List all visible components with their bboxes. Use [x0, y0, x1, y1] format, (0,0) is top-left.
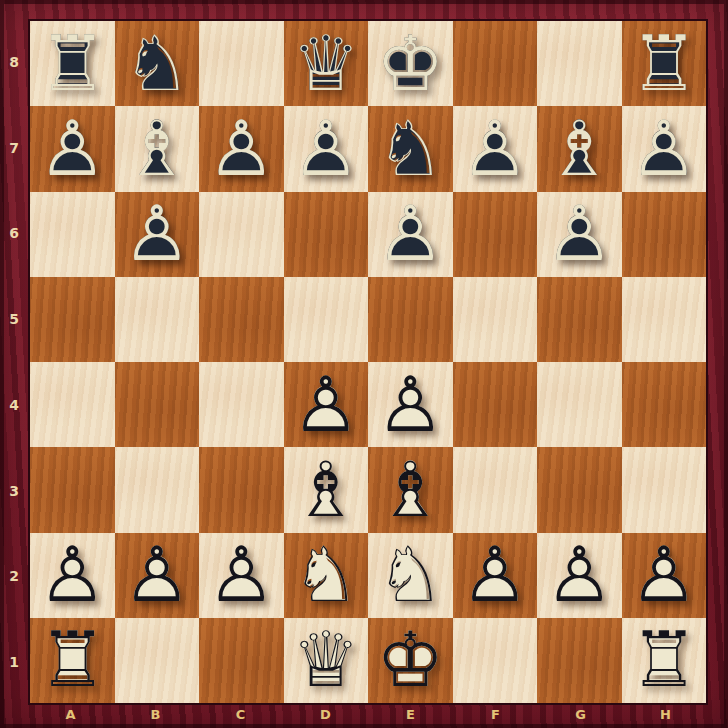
white-knight-detail-lines: ♘ [284, 533, 369, 618]
black-pawn-detail-lines: ♙ [284, 106, 369, 191]
square-a7[interactable]: ♟♙ [30, 106, 115, 191]
square-c5[interactable] [199, 277, 284, 362]
piece-black-bishop[interactable]: ♝♗ [115, 106, 200, 191]
file-label-f: F [453, 705, 538, 724]
white-pawn-detail-lines: ♙ [199, 533, 284, 618]
black-pawn-detail-lines: ♙ [115, 192, 200, 277]
square-h4[interactable] [622, 362, 707, 447]
piece-white-pawn[interactable]: ♟♙ [30, 533, 115, 618]
square-d3[interactable]: ♝♗ [284, 447, 369, 532]
chess-board-frame: 87654321 ♜♖♞♘♛♕♚♔♜♖♟♙♝♗♟♙♟♙♞♘♟♙♝♗♟♙♟♙♟♙♟… [0, 0, 728, 728]
piece-white-pawn[interactable]: ♟♙ [453, 533, 538, 618]
square-e4[interactable]: ♟♙ [368, 362, 453, 447]
piece-black-king[interactable]: ♚♔ [368, 21, 453, 106]
square-g6[interactable]: ♟♙ [537, 192, 622, 277]
square-a6[interactable] [30, 192, 115, 277]
black-queen-detail-lines: ♕ [284, 21, 369, 106]
white-knight-detail-lines: ♘ [368, 533, 453, 618]
square-e3[interactable]: ♝♗ [368, 447, 453, 532]
square-b4[interactable] [115, 362, 200, 447]
square-d5[interactable] [284, 277, 369, 362]
black-king-detail-lines: ♔ [368, 21, 453, 106]
square-f1[interactable] [453, 618, 538, 703]
rank-label-6: 6 [0, 191, 28, 277]
square-a3[interactable] [30, 447, 115, 532]
square-b8[interactable]: ♞♘ [115, 21, 200, 106]
piece-black-pawn[interactable]: ♟♙ [622, 106, 707, 191]
square-f7[interactable]: ♟♙ [453, 106, 538, 191]
piece-black-pawn[interactable]: ♟♙ [115, 192, 200, 277]
square-f4[interactable] [453, 362, 538, 447]
file-label-c: C [198, 705, 283, 724]
black-pawn-detail-lines: ♙ [453, 106, 538, 191]
white-pawn-detail-lines: ♙ [115, 533, 200, 618]
black-knight-detail-lines: ♘ [115, 21, 200, 106]
rank-labels: 87654321 [0, 19, 28, 705]
square-f2[interactable]: ♟♙ [453, 533, 538, 618]
piece-white-king[interactable]: ♚♔ [368, 618, 453, 703]
square-h6[interactable] [622, 192, 707, 277]
piece-white-bishop[interactable]: ♝♗ [368, 447, 453, 532]
square-f8[interactable] [453, 21, 538, 106]
square-d2[interactable]: ♞♘ [284, 533, 369, 618]
file-label-a: A [28, 705, 113, 724]
square-f5[interactable] [453, 277, 538, 362]
piece-black-knight[interactable]: ♞♘ [115, 21, 200, 106]
file-labels: ABCDEFGH [28, 705, 708, 724]
white-rook-detail-lines: ♖ [622, 618, 707, 703]
square-a8[interactable]: ♜♖ [30, 21, 115, 106]
piece-black-queen[interactable]: ♛♕ [284, 21, 369, 106]
rank-label-3: 3 [0, 448, 28, 534]
square-h7[interactable]: ♟♙ [622, 106, 707, 191]
piece-black-pawn[interactable]: ♟♙ [368, 192, 453, 277]
black-pawn-detail-lines: ♙ [622, 106, 707, 191]
square-d4[interactable]: ♟♙ [284, 362, 369, 447]
square-c3[interactable] [199, 447, 284, 532]
piece-white-rook[interactable]: ♜♖ [622, 618, 707, 703]
white-pawn-detail-lines: ♙ [368, 362, 453, 447]
piece-black-knight[interactable]: ♞♘ [368, 106, 453, 191]
square-d6[interactable] [284, 192, 369, 277]
piece-white-bishop[interactable]: ♝♗ [284, 447, 369, 532]
square-d8[interactable]: ♛♕ [284, 21, 369, 106]
chess-board: ♜♖♞♘♛♕♚♔♜♖♟♙♝♗♟♙♟♙♞♘♟♙♝♗♟♙♟♙♟♙♟♙♟♙♟♙♝♗♝♗… [28, 19, 708, 705]
square-h1[interactable]: ♜♖ [622, 618, 707, 703]
square-c8[interactable] [199, 21, 284, 106]
square-b3[interactable] [115, 447, 200, 532]
square-b6[interactable]: ♟♙ [115, 192, 200, 277]
piece-black-rook[interactable]: ♜♖ [622, 21, 707, 106]
piece-white-knight[interactable]: ♞♘ [284, 533, 369, 618]
file-label-g: G [538, 705, 623, 724]
square-a5[interactable] [30, 277, 115, 362]
square-c1[interactable] [199, 618, 284, 703]
square-g8[interactable] [537, 21, 622, 106]
square-b5[interactable] [115, 277, 200, 362]
square-h8[interactable]: ♜♖ [622, 21, 707, 106]
white-pawn-detail-lines: ♙ [537, 533, 622, 618]
square-a1[interactable]: ♜♖ [30, 618, 115, 703]
file-label-e: E [368, 705, 453, 724]
piece-white-pawn[interactable]: ♟♙ [622, 533, 707, 618]
square-e1[interactable]: ♚♔ [368, 618, 453, 703]
square-h5[interactable] [622, 277, 707, 362]
piece-black-bishop[interactable]: ♝♗ [537, 106, 622, 191]
piece-white-rook[interactable]: ♜♖ [30, 618, 115, 703]
square-c4[interactable] [199, 362, 284, 447]
square-g2[interactable]: ♟♙ [537, 533, 622, 618]
rank-label-8: 8 [0, 19, 28, 105]
piece-black-pawn[interactable]: ♟♙ [537, 192, 622, 277]
square-e2[interactable]: ♞♘ [368, 533, 453, 618]
piece-white-pawn[interactable]: ♟♙ [115, 533, 200, 618]
square-a4[interactable] [30, 362, 115, 447]
square-f6[interactable] [453, 192, 538, 277]
piece-white-pawn[interactable]: ♟♙ [537, 533, 622, 618]
white-queen-detail-lines: ♕ [284, 618, 369, 703]
square-g1[interactable] [537, 618, 622, 703]
black-pawn-detail-lines: ♙ [368, 192, 453, 277]
square-c7[interactable]: ♟♙ [199, 106, 284, 191]
white-pawn-detail-lines: ♙ [622, 533, 707, 618]
white-rook-detail-lines: ♖ [30, 618, 115, 703]
piece-white-queen[interactable]: ♛♕ [284, 618, 369, 703]
rank-label-1: 1 [0, 619, 28, 705]
square-e7[interactable]: ♞♘ [368, 106, 453, 191]
file-label-h: H [623, 705, 708, 724]
square-e8[interactable]: ♚♔ [368, 21, 453, 106]
piece-black-pawn[interactable]: ♟♙ [453, 106, 538, 191]
black-rook-detail-lines: ♖ [30, 21, 115, 106]
black-bishop-detail-lines: ♗ [115, 106, 200, 191]
piece-black-pawn[interactable]: ♟♙ [30, 106, 115, 191]
square-e6[interactable]: ♟♙ [368, 192, 453, 277]
square-d7[interactable]: ♟♙ [284, 106, 369, 191]
black-pawn-detail-lines: ♙ [199, 106, 284, 191]
black-bishop-detail-lines: ♗ [537, 106, 622, 191]
piece-black-pawn[interactable]: ♟♙ [284, 106, 369, 191]
white-pawn-detail-lines: ♙ [453, 533, 538, 618]
square-g5[interactable] [537, 277, 622, 362]
square-b1[interactable] [115, 618, 200, 703]
black-pawn-detail-lines: ♙ [30, 106, 115, 191]
square-h2[interactable]: ♟♙ [622, 533, 707, 618]
file-label-b: B [113, 705, 198, 724]
piece-black-rook[interactable]: ♜♖ [30, 21, 115, 106]
square-b2[interactable]: ♟♙ [115, 533, 200, 618]
square-e5[interactable] [368, 277, 453, 362]
white-king-detail-lines: ♔ [368, 618, 453, 703]
rank-label-5: 5 [0, 276, 28, 362]
rank-label-7: 7 [0, 105, 28, 191]
black-knight-detail-lines: ♘ [368, 106, 453, 191]
square-g3[interactable] [537, 447, 622, 532]
rank-label-4: 4 [0, 362, 28, 448]
file-label-d: D [283, 705, 368, 724]
white-pawn-detail-lines: ♙ [284, 362, 369, 447]
piece-white-pawn[interactable]: ♟♙ [284, 362, 369, 447]
black-pawn-detail-lines: ♙ [537, 192, 622, 277]
piece-black-pawn[interactable]: ♟♙ [199, 106, 284, 191]
piece-white-pawn[interactable]: ♟♙ [199, 533, 284, 618]
piece-white-pawn[interactable]: ♟♙ [368, 362, 453, 447]
square-d1[interactable]: ♛♕ [284, 618, 369, 703]
square-h3[interactable] [622, 447, 707, 532]
rank-label-2: 2 [0, 534, 28, 620]
piece-white-knight[interactable]: ♞♘ [368, 533, 453, 618]
black-rook-detail-lines: ♖ [622, 21, 707, 106]
white-bishop-detail-lines: ♗ [368, 447, 453, 532]
square-c2[interactable]: ♟♙ [199, 533, 284, 618]
square-b7[interactable]: ♝♗ [115, 106, 200, 191]
square-g7[interactable]: ♝♗ [537, 106, 622, 191]
square-c6[interactable] [199, 192, 284, 277]
white-bishop-detail-lines: ♗ [284, 447, 369, 532]
square-f3[interactable] [453, 447, 538, 532]
square-g4[interactable] [537, 362, 622, 447]
square-a2[interactable]: ♟♙ [30, 533, 115, 618]
white-pawn-detail-lines: ♙ [30, 533, 115, 618]
